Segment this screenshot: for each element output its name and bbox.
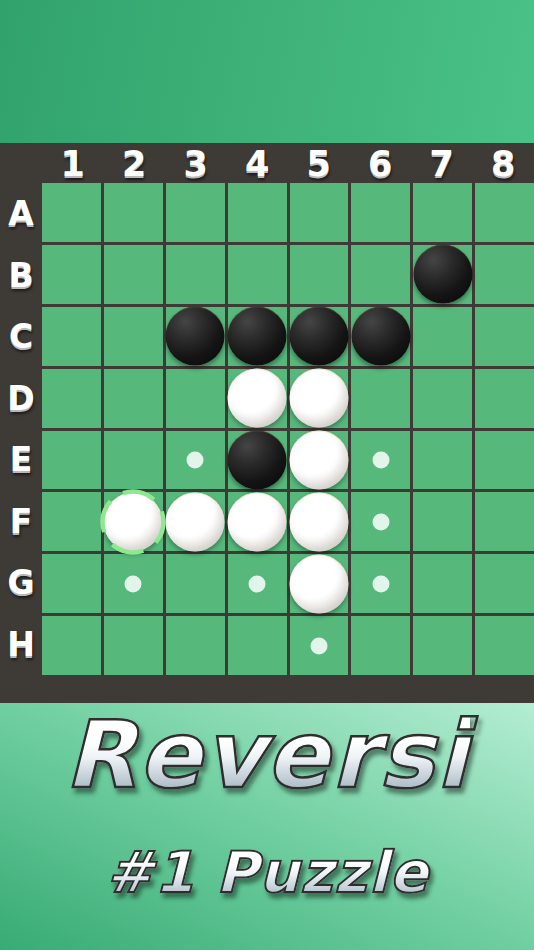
cell-F6[interactable] (351, 492, 410, 551)
cell-C8[interactable] (475, 307, 534, 366)
cell-F5[interactable] (290, 492, 349, 551)
cell-E5[interactable] (290, 431, 349, 490)
cell-H2[interactable] (104, 616, 163, 675)
app-screen: 12345678 ABCDEFGH Reversi #1 Puzzle (0, 0, 534, 950)
cell-B2[interactable] (104, 245, 163, 304)
row-label-C: C (0, 306, 42, 368)
white-disc-E5 (289, 430, 348, 489)
cell-A2[interactable] (104, 183, 163, 242)
title-area: Reversi (0, 700, 534, 810)
cell-H7[interactable] (413, 616, 472, 675)
white-disc-F5 (289, 492, 348, 551)
cell-F8[interactable] (475, 492, 534, 551)
board-grid (42, 183, 534, 675)
column-labels: 12345678 (42, 143, 534, 183)
cell-E2[interactable] (104, 431, 163, 490)
col-label-4: 4 (227, 143, 289, 185)
black-disc-C4 (228, 307, 287, 366)
white-disc-D4 (228, 369, 287, 428)
cell-D5[interactable] (290, 369, 349, 428)
black-disc-C6 (351, 307, 410, 366)
cell-F3[interactable] (166, 492, 225, 551)
cell-H1[interactable] (42, 616, 101, 675)
cell-F1[interactable] (42, 492, 101, 551)
cell-D6[interactable] (351, 369, 410, 428)
col-label-5: 5 (288, 143, 350, 185)
row-label-H: H (0, 614, 42, 676)
cell-A8[interactable] (475, 183, 534, 242)
cell-B7[interactable] (413, 245, 472, 304)
cell-C5[interactable] (290, 307, 349, 366)
reversi-board: 12345678 ABCDEFGH (0, 143, 534, 703)
cell-G6[interactable] (351, 554, 410, 613)
cell-A4[interactable] (228, 183, 287, 242)
row-label-A: A (0, 183, 42, 245)
white-disc-F3 (166, 492, 225, 551)
cell-H5[interactable] (290, 616, 349, 675)
cell-A3[interactable] (166, 183, 225, 242)
black-disc-B7 (413, 245, 472, 304)
white-disc-D5 (289, 369, 348, 428)
cell-E6[interactable] (351, 431, 410, 490)
cell-G7[interactable] (413, 554, 472, 613)
cell-C3[interactable] (166, 307, 225, 366)
cell-H3[interactable] (166, 616, 225, 675)
hint-dot-G6 (372, 575, 389, 592)
cell-B6[interactable] (351, 245, 410, 304)
row-label-D: D (0, 368, 42, 430)
row-label-G: G (0, 552, 42, 614)
white-disc-F4 (228, 492, 287, 551)
cell-B1[interactable] (42, 245, 101, 304)
cell-G3[interactable] (166, 554, 225, 613)
hint-dot-G2 (125, 575, 142, 592)
white-disc-G5 (289, 554, 348, 613)
puzzle-subtitle: #1 Puzzle (105, 832, 428, 912)
row-labels: ABCDEFGH (0, 183, 42, 675)
cell-F2[interactable] (104, 492, 163, 551)
black-disc-E4 (228, 430, 287, 489)
cell-B5[interactable] (290, 245, 349, 304)
cell-G5[interactable] (290, 554, 349, 613)
cell-A5[interactable] (290, 183, 349, 242)
cell-G2[interactable] (104, 554, 163, 613)
cell-D3[interactable] (166, 369, 225, 428)
cell-C1[interactable] (42, 307, 101, 366)
cell-F4[interactable] (228, 492, 287, 551)
black-disc-C5 (289, 307, 348, 366)
cell-E8[interactable] (475, 431, 534, 490)
cell-H8[interactable] (475, 616, 534, 675)
row-label-F: F (0, 491, 42, 553)
cell-G4[interactable] (228, 554, 287, 613)
col-label-1: 1 (42, 143, 104, 185)
cell-D7[interactable] (413, 369, 472, 428)
cell-E4[interactable] (228, 431, 287, 490)
col-label-2: 2 (104, 143, 166, 185)
cell-C7[interactable] (413, 307, 472, 366)
subtitle-area: #1 Puzzle (0, 832, 534, 912)
cell-D8[interactable] (475, 369, 534, 428)
cell-A7[interactable] (413, 183, 472, 242)
cell-B3[interactable] (166, 245, 225, 304)
hint-dot-G4 (249, 575, 266, 592)
cell-D1[interactable] (42, 369, 101, 428)
cell-C6[interactable] (351, 307, 410, 366)
row-label-B: B (0, 245, 42, 307)
cell-H6[interactable] (351, 616, 410, 675)
col-label-7: 7 (411, 143, 473, 185)
cell-A1[interactable] (42, 183, 101, 242)
hint-dot-E6 (372, 451, 389, 468)
game-title: Reversi (64, 700, 469, 810)
cell-G1[interactable] (42, 554, 101, 613)
cell-E1[interactable] (42, 431, 101, 490)
col-label-8: 8 (473, 143, 534, 185)
col-label-6: 6 (350, 143, 412, 185)
cell-D4[interactable] (228, 369, 287, 428)
cell-E3[interactable] (166, 431, 225, 490)
cell-E7[interactable] (413, 431, 472, 490)
col-label-3: 3 (165, 143, 227, 185)
white-disc-F2 (104, 492, 163, 551)
row-label-E: E (0, 429, 42, 491)
cell-F7[interactable] (413, 492, 472, 551)
hint-dot-E3 (187, 451, 204, 468)
hint-dot-F6 (372, 513, 389, 530)
cell-B8[interactable] (475, 245, 534, 304)
cell-D2[interactable] (104, 369, 163, 428)
cell-G8[interactable] (475, 554, 534, 613)
cell-B4[interactable] (228, 245, 287, 304)
cell-H4[interactable] (228, 616, 287, 675)
hint-dot-H5 (310, 637, 327, 654)
cell-C4[interactable] (228, 307, 287, 366)
cell-A6[interactable] (351, 183, 410, 242)
black-disc-C3 (166, 307, 225, 366)
cell-C2[interactable] (104, 307, 163, 366)
